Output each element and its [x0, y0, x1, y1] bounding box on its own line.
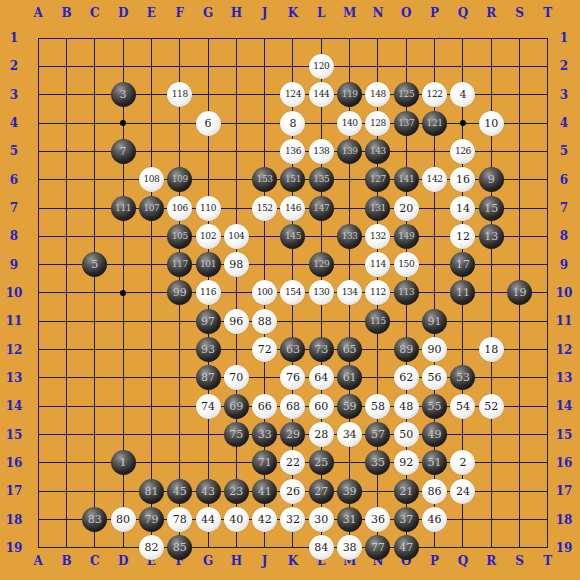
intersection-b17[interactable] [52, 477, 80, 505]
intersection-e11[interactable] [137, 307, 165, 335]
intersection-p7[interactable] [420, 194, 448, 222]
intersection-m15[interactable]: 34 [335, 420, 363, 448]
intersection-r18[interactable] [477, 505, 505, 533]
intersection-m8[interactable]: 133 [335, 222, 363, 250]
intersection-q3[interactable]: 4 [449, 81, 477, 109]
intersection-s14[interactable] [505, 392, 533, 420]
intersection-t4[interactable] [534, 109, 562, 137]
intersection-g16[interactable] [194, 449, 222, 477]
intersection-j14[interactable]: 66 [251, 392, 279, 420]
intersection-l13[interactable]: 64 [307, 364, 335, 392]
intersection-c11[interactable] [81, 307, 109, 335]
intersection-f15[interactable] [166, 420, 194, 448]
intersection-l15[interactable]: 28 [307, 420, 335, 448]
intersection-n10[interactable]: 112 [364, 279, 392, 307]
intersection-d11[interactable] [109, 307, 137, 335]
intersection-c14[interactable] [81, 392, 109, 420]
intersection-t11[interactable] [534, 307, 562, 335]
intersection-p4[interactable]: 121 [420, 109, 448, 137]
intersection-q9[interactable]: 17 [449, 251, 477, 279]
intersection-l16[interactable]: 25 [307, 449, 335, 477]
intersection-c9[interactable]: 5 [81, 251, 109, 279]
intersection-a10[interactable] [24, 279, 52, 307]
intersection-k17[interactable]: 26 [279, 477, 307, 505]
intersection-q4[interactable] [449, 109, 477, 137]
intersection-s3[interactable] [505, 81, 533, 109]
intersection-g15[interactable] [194, 420, 222, 448]
intersection-g3[interactable] [194, 81, 222, 109]
intersection-s18[interactable] [505, 505, 533, 533]
intersection-h10[interactable] [222, 279, 250, 307]
intersection-l2[interactable]: 120 [307, 52, 335, 80]
intersection-g13[interactable]: 87 [194, 364, 222, 392]
intersection-o13[interactable]: 62 [392, 364, 420, 392]
intersection-d9[interactable] [109, 251, 137, 279]
intersection-a11[interactable] [24, 307, 52, 335]
intersection-s12[interactable] [505, 335, 533, 363]
intersection-q14[interactable]: 54 [449, 392, 477, 420]
intersection-t3[interactable] [534, 81, 562, 109]
intersection-a5[interactable] [24, 137, 52, 165]
intersection-h13[interactable]: 70 [222, 364, 250, 392]
intersection-p3[interactable]: 122 [420, 81, 448, 109]
intersection-j16[interactable]: 71 [251, 449, 279, 477]
intersection-r1[interactable] [477, 24, 505, 52]
intersection-l7[interactable]: 147 [307, 194, 335, 222]
intersection-e4[interactable] [137, 109, 165, 137]
intersection-t6[interactable] [534, 166, 562, 194]
intersection-m3[interactable]: 119 [335, 81, 363, 109]
intersection-h16[interactable] [222, 449, 250, 477]
intersection-c17[interactable] [81, 477, 109, 505]
intersection-n13[interactable] [364, 364, 392, 392]
intersection-h5[interactable] [222, 137, 250, 165]
intersection-d18[interactable]: 80 [109, 505, 137, 533]
intersection-c8[interactable] [81, 222, 109, 250]
intersection-a18[interactable] [24, 505, 52, 533]
intersection-t10[interactable] [534, 279, 562, 307]
intersection-d17[interactable] [109, 477, 137, 505]
intersection-h12[interactable] [222, 335, 250, 363]
intersection-d19[interactable] [109, 534, 137, 562]
intersection-b3[interactable] [52, 81, 80, 109]
intersection-t19[interactable] [534, 534, 562, 562]
intersection-n11[interactable]: 115 [364, 307, 392, 335]
intersection-g6[interactable] [194, 166, 222, 194]
intersection-o11[interactable] [392, 307, 420, 335]
intersection-n8[interactable]: 132 [364, 222, 392, 250]
intersection-b11[interactable] [52, 307, 80, 335]
intersection-k7[interactable]: 146 [279, 194, 307, 222]
intersection-h2[interactable] [222, 52, 250, 80]
intersection-k13[interactable]: 76 [279, 364, 307, 392]
intersection-f10[interactable]: 99 [166, 279, 194, 307]
intersection-f17[interactable]: 45 [166, 477, 194, 505]
intersection-l14[interactable]: 60 [307, 392, 335, 420]
intersection-m11[interactable] [335, 307, 363, 335]
intersection-k11[interactable] [279, 307, 307, 335]
intersection-m16[interactable] [335, 449, 363, 477]
intersection-c6[interactable] [81, 166, 109, 194]
intersection-k8[interactable]: 145 [279, 222, 307, 250]
intersection-s16[interactable] [505, 449, 533, 477]
intersection-p6[interactable]: 142 [420, 166, 448, 194]
intersection-g8[interactable]: 102 [194, 222, 222, 250]
intersection-f3[interactable]: 118 [166, 81, 194, 109]
intersection-m9[interactable] [335, 251, 363, 279]
intersection-n1[interactable] [364, 24, 392, 52]
intersection-c13[interactable] [81, 364, 109, 392]
intersection-j4[interactable] [251, 109, 279, 137]
intersection-d10[interactable] [109, 279, 137, 307]
intersection-t13[interactable] [534, 364, 562, 392]
intersection-q12[interactable] [449, 335, 477, 363]
intersection-f16[interactable] [166, 449, 194, 477]
intersection-e13[interactable] [137, 364, 165, 392]
intersection-a9[interactable] [24, 251, 52, 279]
intersection-r2[interactable] [477, 52, 505, 80]
intersection-j6[interactable]: 153 [251, 166, 279, 194]
intersection-e1[interactable] [137, 24, 165, 52]
intersection-a19[interactable] [24, 534, 52, 562]
intersection-j10[interactable]: 100 [251, 279, 279, 307]
intersection-n7[interactable]: 131 [364, 194, 392, 222]
intersection-r6[interactable]: 9 [477, 166, 505, 194]
intersection-d7[interactable]: 111 [109, 194, 137, 222]
intersection-h9[interactable]: 98 [222, 251, 250, 279]
intersection-b15[interactable] [52, 420, 80, 448]
intersection-t12[interactable] [534, 335, 562, 363]
intersection-f8[interactable]: 105 [166, 222, 194, 250]
intersection-o17[interactable]: 21 [392, 477, 420, 505]
intersection-j2[interactable] [251, 52, 279, 80]
intersection-p1[interactable] [420, 24, 448, 52]
intersection-b18[interactable] [52, 505, 80, 533]
intersection-s15[interactable] [505, 420, 533, 448]
intersection-m17[interactable]: 39 [335, 477, 363, 505]
intersection-t1[interactable] [534, 24, 562, 52]
intersection-f14[interactable] [166, 392, 194, 420]
intersection-d2[interactable] [109, 52, 137, 80]
intersection-k19[interactable] [279, 534, 307, 562]
intersection-f11[interactable] [166, 307, 194, 335]
intersection-o9[interactable]: 150 [392, 251, 420, 279]
intersection-h3[interactable] [222, 81, 250, 109]
intersection-o5[interactable] [392, 137, 420, 165]
intersection-t17[interactable] [534, 477, 562, 505]
intersection-b4[interactable] [52, 109, 80, 137]
intersection-f19[interactable]: 85 [166, 534, 194, 562]
intersection-r16[interactable] [477, 449, 505, 477]
intersection-n4[interactable]: 128 [364, 109, 392, 137]
intersection-h7[interactable] [222, 194, 250, 222]
intersection-g12[interactable]: 93 [194, 335, 222, 363]
intersection-d8[interactable] [109, 222, 137, 250]
intersection-d1[interactable] [109, 24, 137, 52]
intersection-a2[interactable] [24, 52, 52, 80]
intersection-g4[interactable]: 6 [194, 109, 222, 137]
intersection-t2[interactable] [534, 52, 562, 80]
intersection-q2[interactable] [449, 52, 477, 80]
intersection-r12[interactable]: 18 [477, 335, 505, 363]
intersection-q8[interactable]: 12 [449, 222, 477, 250]
intersection-r7[interactable]: 15 [477, 194, 505, 222]
intersection-j1[interactable] [251, 24, 279, 52]
intersection-k12[interactable]: 63 [279, 335, 307, 363]
intersection-o14[interactable]: 48 [392, 392, 420, 420]
intersection-e7[interactable]: 107 [137, 194, 165, 222]
intersection-c4[interactable] [81, 109, 109, 137]
intersection-o2[interactable] [392, 52, 420, 80]
intersection-b19[interactable] [52, 534, 80, 562]
intersection-c10[interactable] [81, 279, 109, 307]
intersection-e10[interactable] [137, 279, 165, 307]
intersection-p18[interactable]: 46 [420, 505, 448, 533]
intersection-n6[interactable]: 127 [364, 166, 392, 194]
intersection-t15[interactable] [534, 420, 562, 448]
intersection-n2[interactable] [364, 52, 392, 80]
intersection-f7[interactable]: 106 [166, 194, 194, 222]
intersection-m18[interactable]: 31 [335, 505, 363, 533]
intersection-h4[interactable] [222, 109, 250, 137]
intersection-l1[interactable] [307, 24, 335, 52]
intersection-k4[interactable]: 8 [279, 109, 307, 137]
intersection-a17[interactable] [24, 477, 52, 505]
intersection-r17[interactable] [477, 477, 505, 505]
intersection-b12[interactable] [52, 335, 80, 363]
intersection-l12[interactable]: 73 [307, 335, 335, 363]
intersection-l5[interactable]: 138 [307, 137, 335, 165]
intersection-p17[interactable]: 86 [420, 477, 448, 505]
intersection-p11[interactable]: 91 [420, 307, 448, 335]
intersection-q15[interactable] [449, 420, 477, 448]
intersection-c16[interactable] [81, 449, 109, 477]
intersection-n14[interactable]: 58 [364, 392, 392, 420]
intersection-h19[interactable] [222, 534, 250, 562]
intersection-c2[interactable] [81, 52, 109, 80]
intersection-m1[interactable] [335, 24, 363, 52]
intersection-h14[interactable]: 69 [222, 392, 250, 420]
intersection-k9[interactable] [279, 251, 307, 279]
intersection-s11[interactable] [505, 307, 533, 335]
intersection-q16[interactable]: 2 [449, 449, 477, 477]
intersection-p5[interactable] [420, 137, 448, 165]
intersection-m19[interactable]: 38 [335, 534, 363, 562]
intersection-q18[interactable] [449, 505, 477, 533]
intersection-k3[interactable]: 124 [279, 81, 307, 109]
intersection-c1[interactable] [81, 24, 109, 52]
intersection-e15[interactable] [137, 420, 165, 448]
intersection-k18[interactable]: 32 [279, 505, 307, 533]
intersection-r8[interactable]: 13 [477, 222, 505, 250]
intersection-l3[interactable]: 144 [307, 81, 335, 109]
intersection-j11[interactable]: 88 [251, 307, 279, 335]
intersection-c18[interactable]: 83 [81, 505, 109, 533]
intersection-a1[interactable] [24, 24, 52, 52]
intersection-p10[interactable] [420, 279, 448, 307]
intersection-d14[interactable] [109, 392, 137, 420]
intersection-f18[interactable]: 78 [166, 505, 194, 533]
intersection-c5[interactable] [81, 137, 109, 165]
intersection-r15[interactable] [477, 420, 505, 448]
intersection-g14[interactable]: 74 [194, 392, 222, 420]
intersection-f9[interactable]: 117 [166, 251, 194, 279]
intersection-a4[interactable] [24, 109, 52, 137]
intersection-o16[interactable]: 92 [392, 449, 420, 477]
intersection-q7[interactable]: 14 [449, 194, 477, 222]
intersection-a13[interactable] [24, 364, 52, 392]
intersection-b7[interactable] [52, 194, 80, 222]
intersection-q1[interactable] [449, 24, 477, 52]
intersection-h15[interactable]: 75 [222, 420, 250, 448]
intersection-l10[interactable]: 130 [307, 279, 335, 307]
intersection-f2[interactable] [166, 52, 194, 80]
intersection-k6[interactable]: 151 [279, 166, 307, 194]
intersection-j7[interactable]: 152 [251, 194, 279, 222]
intersection-t14[interactable] [534, 392, 562, 420]
intersection-m12[interactable]: 65 [335, 335, 363, 363]
intersection-r19[interactable] [477, 534, 505, 562]
intersection-e2[interactable] [137, 52, 165, 80]
intersection-b13[interactable] [52, 364, 80, 392]
intersection-m4[interactable]: 140 [335, 109, 363, 137]
intersection-j9[interactable] [251, 251, 279, 279]
intersection-s10[interactable]: 19 [505, 279, 533, 307]
intersection-q13[interactable]: 53 [449, 364, 477, 392]
intersection-a6[interactable] [24, 166, 52, 194]
intersection-g17[interactable]: 43 [194, 477, 222, 505]
intersection-n16[interactable]: 35 [364, 449, 392, 477]
intersection-j3[interactable] [251, 81, 279, 109]
intersection-k5[interactable]: 136 [279, 137, 307, 165]
intersection-s8[interactable] [505, 222, 533, 250]
intersection-n15[interactable]: 57 [364, 420, 392, 448]
intersection-m13[interactable]: 61 [335, 364, 363, 392]
intersection-f13[interactable] [166, 364, 194, 392]
intersection-m7[interactable] [335, 194, 363, 222]
intersection-b8[interactable] [52, 222, 80, 250]
intersection-d3[interactable]: 3 [109, 81, 137, 109]
intersection-l18[interactable]: 30 [307, 505, 335, 533]
intersection-t8[interactable] [534, 222, 562, 250]
intersection-m2[interactable] [335, 52, 363, 80]
intersection-j19[interactable] [251, 534, 279, 562]
intersection-c7[interactable] [81, 194, 109, 222]
intersection-d13[interactable] [109, 364, 137, 392]
intersection-g5[interactable] [194, 137, 222, 165]
intersection-e14[interactable] [137, 392, 165, 420]
intersection-q10[interactable]: 11 [449, 279, 477, 307]
intersection-s13[interactable] [505, 364, 533, 392]
intersection-h18[interactable]: 40 [222, 505, 250, 533]
intersection-a14[interactable] [24, 392, 52, 420]
intersection-q5[interactable]: 126 [449, 137, 477, 165]
intersection-p9[interactable] [420, 251, 448, 279]
intersection-h1[interactable] [222, 24, 250, 52]
intersection-o19[interactable]: 47 [392, 534, 420, 562]
intersection-s2[interactable] [505, 52, 533, 80]
intersection-a12[interactable] [24, 335, 52, 363]
intersection-r9[interactable] [477, 251, 505, 279]
intersection-s5[interactable] [505, 137, 533, 165]
intersection-q6[interactable]: 16 [449, 166, 477, 194]
intersection-d6[interactable] [109, 166, 137, 194]
intersection-b16[interactable] [52, 449, 80, 477]
intersection-p19[interactable] [420, 534, 448, 562]
intersection-e17[interactable]: 81 [137, 477, 165, 505]
intersection-g1[interactable] [194, 24, 222, 52]
intersection-a16[interactable] [24, 449, 52, 477]
intersection-t5[interactable] [534, 137, 562, 165]
intersection-n19[interactable]: 77 [364, 534, 392, 562]
intersection-o12[interactable]: 89 [392, 335, 420, 363]
intersection-o1[interactable] [392, 24, 420, 52]
intersection-e3[interactable] [137, 81, 165, 109]
intersection-o15[interactable]: 50 [392, 420, 420, 448]
intersection-p13[interactable]: 56 [420, 364, 448, 392]
intersection-g19[interactable] [194, 534, 222, 562]
intersection-s1[interactable] [505, 24, 533, 52]
intersection-f1[interactable] [166, 24, 194, 52]
intersection-b1[interactable] [52, 24, 80, 52]
intersection-n9[interactable]: 114 [364, 251, 392, 279]
intersection-l11[interactable] [307, 307, 335, 335]
intersection-d4[interactable] [109, 109, 137, 137]
intersection-p8[interactable] [420, 222, 448, 250]
intersection-p12[interactable]: 90 [420, 335, 448, 363]
intersection-e16[interactable] [137, 449, 165, 477]
intersection-o8[interactable]: 149 [392, 222, 420, 250]
intersection-q17[interactable]: 24 [449, 477, 477, 505]
intersection-j8[interactable] [251, 222, 279, 250]
intersection-q11[interactable] [449, 307, 477, 335]
intersection-s17[interactable] [505, 477, 533, 505]
intersection-c12[interactable] [81, 335, 109, 363]
intersection-f6[interactable]: 109 [166, 166, 194, 194]
intersection-s19[interactable] [505, 534, 533, 562]
intersection-g10[interactable]: 116 [194, 279, 222, 307]
intersection-s9[interactable] [505, 251, 533, 279]
intersection-l8[interactable] [307, 222, 335, 250]
intersection-d15[interactable] [109, 420, 137, 448]
intersection-f12[interactable] [166, 335, 194, 363]
intersection-b10[interactable] [52, 279, 80, 307]
intersection-j18[interactable]: 42 [251, 505, 279, 533]
intersection-b5[interactable] [52, 137, 80, 165]
intersection-a7[interactable] [24, 194, 52, 222]
intersection-k15[interactable]: 29 [279, 420, 307, 448]
intersection-d5[interactable]: 7 [109, 137, 137, 165]
intersection-t18[interactable] [534, 505, 562, 533]
intersection-g7[interactable]: 110 [194, 194, 222, 222]
intersection-l4[interactable] [307, 109, 335, 137]
intersection-r3[interactable] [477, 81, 505, 109]
intersection-d12[interactable] [109, 335, 137, 363]
intersection-p14[interactable]: 55 [420, 392, 448, 420]
intersection-n17[interactable] [364, 477, 392, 505]
intersection-a8[interactable] [24, 222, 52, 250]
intersection-o4[interactable]: 137 [392, 109, 420, 137]
intersection-c19[interactable] [81, 534, 109, 562]
intersection-r10[interactable] [477, 279, 505, 307]
intersection-c3[interactable] [81, 81, 109, 109]
intersection-o7[interactable]: 20 [392, 194, 420, 222]
intersection-r11[interactable] [477, 307, 505, 335]
intersection-l6[interactable]: 135 [307, 166, 335, 194]
intersection-b9[interactable] [52, 251, 80, 279]
intersection-a3[interactable] [24, 81, 52, 109]
intersection-m10[interactable]: 134 [335, 279, 363, 307]
